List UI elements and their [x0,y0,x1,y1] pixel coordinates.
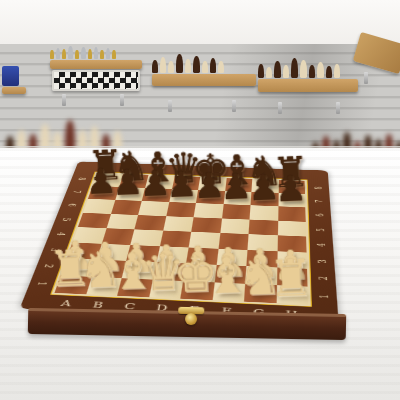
shelf-left-metal-set [50,46,142,91]
mini-piece [88,49,92,59]
shelf-bracket [364,72,368,84]
wood-pieces-row [258,58,358,78]
piece-cell [163,216,194,232]
mini-piece [218,61,224,73]
mini-piece [283,65,289,78]
piece-cell [134,215,165,231]
mini-piece [94,47,98,59]
blue-box [2,66,19,86]
mini-piece [202,61,208,73]
black-pawn[interactable]: ♟ [274,170,307,207]
piece-cell [220,218,250,234]
rank-label-6: 6 [306,209,335,220]
rank-label-7: 7 [305,196,333,207]
white-rook[interactable]: ♜ [267,252,314,304]
mini-piece [75,50,79,59]
shelf-bracket [120,94,124,106]
mini-piece [274,61,281,78]
tilted-board-corner [356,38,400,68]
wooden-board [353,32,400,74]
mini-piece [81,47,86,59]
piece-cell [278,206,306,221]
mini-piece [106,48,110,59]
piece-cell [111,200,142,215]
mini-piece [152,60,158,73]
mini-piece [185,59,191,73]
piece-cell [277,220,306,236]
shelf-bracket [62,94,66,106]
piece-cell [249,219,278,235]
mini-piece [160,57,166,73]
shelf-plank [258,79,358,92]
blue-box-display [2,66,26,94]
mini-piece [266,67,272,78]
shelf-bracket [278,102,282,114]
mini-piece [193,56,200,73]
upper-wall [0,0,400,46]
piece-cell: ♜ [276,285,308,305]
pieces-layer: ♜♞♝♛♚♝♞♜♟♟♟♟♟♟♟♟♟♟♟♟♟♟♟♟♜♞♝♛♚♝♞♜ [54,173,308,305]
mini-piece [50,50,54,59]
mini-piece [210,58,216,73]
shelf-bracket [336,102,340,114]
shelf-right-wood-set [258,58,358,92]
piece-cell [222,204,251,219]
shelf-bracket [232,100,236,112]
piece-cell [106,214,138,230]
mini-piece [112,50,116,59]
mini-piece [291,58,298,78]
chess-board: ABCDEFGH 87654321 87654321 ♜♞♝♛♚♝♞♜♟♟♟♟♟… [20,161,339,323]
mini-piece [334,64,340,78]
piece-cell [194,203,224,218]
brass-latch-icon[interactable] [178,307,204,327]
mini-piece [317,62,324,78]
piece-cell [138,201,169,216]
mini-piece [68,46,73,59]
mini-piece [176,54,183,73]
piece-cell [166,202,196,217]
mini-piece [100,50,104,59]
mini-piece [168,61,174,73]
mini-piece [258,64,264,78]
mini-piece [300,60,307,78]
mini-piece [62,49,66,59]
shelf-bracket [168,100,172,112]
piece-cell [78,213,111,229]
metal-pieces-row [50,46,142,59]
wood-pieces-row [152,54,256,73]
piece-cell: ♟ [278,193,306,208]
mini-piece [309,65,315,78]
shelf-plank [50,60,142,69]
rank-label-5: 5 [306,224,335,236]
checkerboard-edge [52,70,140,91]
shelf-plank [2,87,26,94]
piece-cell [191,217,221,233]
mini-piece [56,48,60,59]
mini-piece [326,66,332,78]
shelf-plank [152,74,256,86]
shelf-center-wood-set [152,54,256,86]
